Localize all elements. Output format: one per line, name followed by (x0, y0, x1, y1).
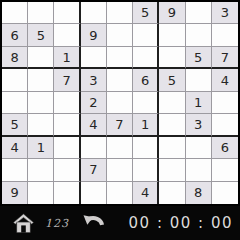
sudoku-app: 59365981577365421547134167948 123 00 : 0… (0, 0, 240, 240)
sudoku-cell-r4c6[interactable]: 6 (133, 69, 159, 91)
sudoku-cell-r6c6[interactable]: 1 (133, 114, 159, 136)
sudoku-cell-r6c8[interactable]: 3 (186, 114, 212, 136)
sudoku-board: 59365981577365421547134167948 (0, 0, 240, 206)
sudoku-cell-r8c1[interactable] (2, 159, 28, 181)
sudoku-cell-r5c5[interactable] (107, 92, 133, 114)
sudoku-cell-r9c7[interactable] (159, 182, 185, 204)
sudoku-cell-r3c1[interactable]: 8 (2, 47, 28, 69)
sudoku-cell-r9c6[interactable]: 4 (133, 182, 159, 204)
sudoku-cell-r7c4[interactable] (81, 137, 107, 159)
sudoku-cell-r8c4[interactable]: 7 (81, 159, 107, 181)
sudoku-cell-r4c4[interactable]: 3 (81, 69, 107, 91)
sudoku-cell-r9c8[interactable]: 8 (186, 182, 212, 204)
sudoku-cell-r7c6[interactable] (133, 137, 159, 159)
sudoku-cell-r5c1[interactable] (2, 92, 28, 114)
sudoku-cell-r7c1[interactable]: 4 (2, 137, 28, 159)
sudoku-cell-r3c5[interactable] (107, 47, 133, 69)
home-icon (13, 213, 34, 234)
sudoku-cell-r1c9[interactable]: 3 (212, 2, 238, 24)
sudoku-cell-r6c7[interactable] (159, 114, 185, 136)
sudoku-cell-r8c3[interactable] (54, 159, 80, 181)
sudoku-cell-r2c7[interactable] (159, 24, 185, 46)
sudoku-cell-r5c8[interactable]: 1 (186, 92, 212, 114)
sudoku-cell-r8c8[interactable] (186, 159, 212, 181)
sudoku-cell-r2c1[interactable]: 6 (2, 24, 28, 46)
sudoku-cell-r2c9[interactable] (212, 24, 238, 46)
sudoku-cell-r1c6[interactable]: 5 (133, 2, 159, 24)
sudoku-cell-r2c3[interactable] (54, 24, 80, 46)
sudoku-cell-r9c4[interactable] (81, 182, 107, 204)
sudoku-cell-r7c9[interactable]: 6 (212, 137, 238, 159)
sudoku-cell-r8c5[interactable] (107, 159, 133, 181)
sudoku-cell-r5c6[interactable] (133, 92, 159, 114)
sudoku-cell-r7c7[interactable] (159, 137, 185, 159)
sudoku-cell-r5c2[interactable] (28, 92, 54, 114)
sudoku-cell-r4c9[interactable]: 4 (212, 69, 238, 91)
sudoku-cell-r9c9[interactable] (212, 182, 238, 204)
sudoku-cell-r6c1[interactable]: 5 (2, 114, 28, 136)
sudoku-cell-r8c6[interactable] (133, 159, 159, 181)
sudoku-cell-r3c8[interactable]: 5 (186, 47, 212, 69)
sudoku-cell-r3c4[interactable] (81, 47, 107, 69)
sudoku-cell-r5c3[interactable] (54, 92, 80, 114)
sudoku-cell-r4c7[interactable]: 5 (159, 69, 185, 91)
sudoku-cell-r1c3[interactable] (54, 2, 80, 24)
sudoku-cell-r2c2[interactable]: 5 (28, 24, 54, 46)
sudoku-cell-r7c5[interactable] (107, 137, 133, 159)
sudoku-cell-r5c9[interactable] (212, 92, 238, 114)
sudoku-cell-r6c3[interactable] (54, 114, 80, 136)
sudoku-cell-r8c7[interactable] (159, 159, 185, 181)
sudoku-cell-r2c5[interactable] (107, 24, 133, 46)
sudoku-cell-r3c3[interactable]: 1 (54, 47, 80, 69)
sudoku-cell-r4c2[interactable] (28, 69, 54, 91)
sudoku-cell-r1c8[interactable] (186, 2, 212, 24)
sudoku-cell-r7c2[interactable]: 1 (28, 137, 54, 159)
sudoku-cell-r3c6[interactable] (133, 47, 159, 69)
sudoku-cell-r3c2[interactable] (28, 47, 54, 69)
sudoku-cell-r1c7[interactable]: 9 (159, 2, 185, 24)
sudoku-cell-r8c2[interactable] (28, 159, 54, 181)
sudoku-cell-r1c5[interactable] (107, 2, 133, 24)
sudoku-cell-r5c7[interactable] (159, 92, 185, 114)
sudoku-cell-r2c8[interactable] (186, 24, 212, 46)
sudoku-cell-r3c7[interactable] (159, 47, 185, 69)
sudoku-cell-r9c1[interactable]: 9 (2, 182, 28, 204)
sudoku-cell-r6c5[interactable]: 7 (107, 114, 133, 136)
sudoku-cell-r6c2[interactable] (28, 114, 54, 136)
undo-button[interactable] (82, 212, 105, 235)
sudoku-cell-r4c5[interactable] (107, 69, 133, 91)
input-mode-button[interactable]: 123 (45, 217, 69, 230)
sudoku-cell-r4c1[interactable] (2, 69, 28, 91)
sudoku-cell-r4c3[interactable]: 7 (54, 69, 80, 91)
sudoku-cell-r7c3[interactable] (54, 137, 80, 159)
sudoku-cell-r8c9[interactable] (212, 159, 238, 181)
sudoku-cell-r7c8[interactable] (186, 137, 212, 159)
sudoku-cell-r2c4[interactable]: 9 (81, 24, 107, 46)
sudoku-cell-r9c5[interactable] (107, 182, 133, 204)
sudoku-cell-r5c4[interactable]: 2 (81, 92, 107, 114)
sudoku-cell-r1c2[interactable] (28, 2, 54, 24)
sudoku-cell-r3c9[interactable]: 7 (212, 47, 238, 69)
timer-display: 00 : 00 : 00 (129, 214, 233, 232)
home-button[interactable] (13, 213, 34, 234)
sudoku-cell-r6c4[interactable]: 4 (81, 114, 107, 136)
undo-arrow-icon (82, 212, 105, 235)
sudoku-cell-r6c9[interactable] (212, 114, 238, 136)
sudoku-cell-r9c3[interactable] (54, 182, 80, 204)
sudoku-cell-r1c1[interactable] (2, 2, 28, 24)
bottom-toolbar: 123 00 : 00 : 00 (0, 206, 240, 240)
sudoku-cell-r2c6[interactable] (133, 24, 159, 46)
sudoku-cell-r9c2[interactable] (28, 182, 54, 204)
sudoku-cell-r4c8[interactable] (186, 69, 212, 91)
sudoku-cell-r1c4[interactable] (81, 2, 107, 24)
